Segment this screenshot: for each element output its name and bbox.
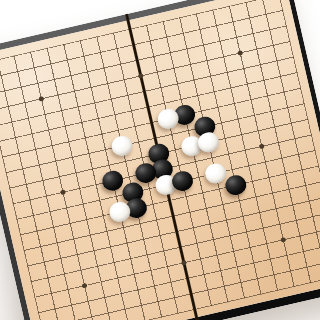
photo-background [0, 0, 320, 320]
go-board [0, 0, 320, 320]
